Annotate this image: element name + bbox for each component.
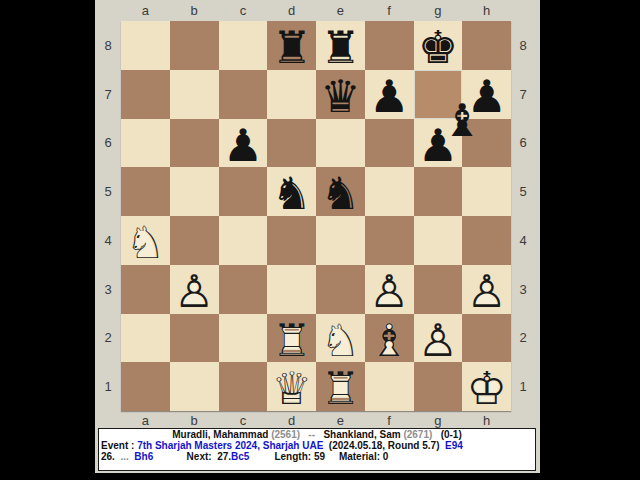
- rank-label-4: 4: [97, 233, 119, 248]
- rank-label-1: 1: [97, 379, 119, 394]
- rank-label-5: 5: [97, 184, 119, 199]
- moves-line-segment: Next: 27.: [153, 451, 231, 462]
- square-g8[interactable]: [414, 21, 463, 70]
- square-g2[interactable]: [414, 314, 463, 363]
- square-h5[interactable]: [462, 167, 511, 216]
- file-label-c: c: [219, 2, 268, 19]
- square-a1[interactable]: [121, 362, 170, 411]
- square-f4[interactable]: [365, 216, 414, 265]
- rank-label-6: 6: [512, 135, 534, 150]
- square-a3[interactable]: [121, 265, 170, 314]
- square-h3[interactable]: [462, 265, 511, 314]
- file-label-d: d: [267, 2, 316, 19]
- square-f1[interactable]: [365, 362, 414, 411]
- game-info-box: Muradli, Mahammad (2561) -- Shankland, S…: [98, 428, 536, 471]
- file-label-g: g: [414, 2, 463, 19]
- file-label-b: b: [170, 412, 219, 429]
- square-e2[interactable]: [316, 314, 365, 363]
- square-f5[interactable]: [365, 167, 414, 216]
- square-f8[interactable]: [365, 21, 414, 70]
- square-d8[interactable]: [267, 21, 316, 70]
- rank-label-2: 2: [97, 330, 119, 345]
- square-c3[interactable]: [219, 265, 268, 314]
- players-line-segment: Muradli, Mahammad: [172, 429, 271, 440]
- file-label-e: e: [316, 2, 365, 19]
- event-line-segment: Event :: [101, 440, 137, 451]
- square-c7[interactable]: [219, 70, 268, 119]
- rank-label-5: 5: [512, 184, 534, 199]
- square-c4[interactable]: [219, 216, 268, 265]
- square-h8[interactable]: [462, 21, 511, 70]
- square-c2[interactable]: [219, 314, 268, 363]
- square-e7[interactable]: [316, 70, 365, 119]
- rank-label-7: 7: [97, 87, 119, 102]
- file-label-a: a: [121, 412, 170, 429]
- square-b1[interactable]: [170, 362, 219, 411]
- square-e8[interactable]: [316, 21, 365, 70]
- board-panel: abcdefgh abcdefgh 87654321 87654321 ♜♜♚♛…: [95, 0, 540, 473]
- square-g1[interactable]: [414, 362, 463, 411]
- square-h4[interactable]: [462, 216, 511, 265]
- square-h2[interactable]: [462, 314, 511, 363]
- file-labels-bottom: abcdefgh: [121, 412, 511, 429]
- square-d6[interactable]: [267, 119, 316, 168]
- square-a2[interactable]: [121, 314, 170, 363]
- square-g5[interactable]: [414, 167, 463, 216]
- file-label-g: g: [414, 412, 463, 429]
- moves-line-segment: Bh6: [134, 451, 153, 462]
- square-e6[interactable]: [316, 119, 365, 168]
- rank-label-8: 8: [512, 38, 534, 53]
- players-line-segment: (2561): [271, 429, 300, 440]
- square-g3[interactable]: [414, 265, 463, 314]
- square-d4[interactable]: [267, 216, 316, 265]
- square-e5[interactable]: [316, 167, 365, 216]
- rank-label-8: 8: [97, 38, 119, 53]
- file-label-e: e: [316, 412, 365, 429]
- square-h7[interactable]: [462, 70, 511, 119]
- square-c8[interactable]: [219, 21, 268, 70]
- square-c1[interactable]: [219, 362, 268, 411]
- square-f6[interactable]: [365, 119, 414, 168]
- rank-label-7: 7: [512, 87, 534, 102]
- file-label-f: f: [365, 412, 414, 429]
- file-label-b: b: [170, 2, 219, 19]
- square-b8[interactable]: [170, 21, 219, 70]
- square-b7[interactable]: [170, 70, 219, 119]
- players-line-segment: (2671): [403, 429, 432, 440]
- square-b4[interactable]: [170, 216, 219, 265]
- moves-line-segment: Bc5: [231, 451, 249, 462]
- square-c6[interactable]: [219, 119, 268, 168]
- file-label-c: c: [219, 412, 268, 429]
- event-line-segment: 7th Sharjah Masters 2024, Sharjah UAE: [137, 440, 323, 451]
- square-b6[interactable]: [170, 119, 219, 168]
- square-a5[interactable]: [121, 167, 170, 216]
- event-line-segment: E94: [445, 440, 463, 451]
- moves-line-segment: Length: 59 Material: 0: [249, 451, 388, 462]
- moves-line: 26. ... Bh6 Next: 27.Bc5 Length: 59 Mate…: [99, 452, 535, 463]
- square-a8[interactable]: [121, 21, 170, 70]
- square-f3[interactable]: [365, 265, 414, 314]
- players-line-segment: (0-1): [432, 429, 461, 440]
- moves-line-segment: 26.: [101, 451, 115, 462]
- square-f2[interactable]: [365, 314, 414, 363]
- rank-label-4: 4: [512, 233, 534, 248]
- rank-label-3: 3: [512, 282, 534, 297]
- square-d5[interactable]: [267, 167, 316, 216]
- square-g7[interactable]: [414, 70, 463, 119]
- file-label-h: h: [462, 412, 511, 429]
- square-a7[interactable]: [121, 70, 170, 119]
- square-g6[interactable]: [414, 119, 463, 168]
- rank-label-3: 3: [97, 282, 119, 297]
- event-line-segment: (2024.05.18, Round 5.7): [323, 440, 445, 451]
- file-label-a: a: [121, 2, 170, 19]
- rank-label-2: 2: [512, 330, 534, 345]
- rank-labels-left: 87654321: [97, 21, 119, 411]
- square-d2[interactable]: [267, 314, 316, 363]
- square-d1[interactable]: [267, 362, 316, 411]
- square-e4[interactable]: [316, 216, 365, 265]
- square-f7[interactable]: [365, 70, 414, 119]
- square-e1[interactable]: [316, 362, 365, 411]
- square-a4[interactable]: [121, 216, 170, 265]
- rank-labels-right: 87654321: [512, 21, 534, 411]
- square-h1[interactable]: [462, 362, 511, 411]
- players-line-segment: --: [300, 429, 323, 440]
- chess-board: [121, 21, 511, 411]
- square-d3[interactable]: [267, 265, 316, 314]
- square-a6[interactable]: [121, 119, 170, 168]
- square-b5[interactable]: [170, 167, 219, 216]
- square-h6[interactable]: [462, 119, 511, 168]
- rank-label-1: 1: [512, 379, 534, 394]
- moves-line-segment: ...: [115, 451, 134, 462]
- square-c5[interactable]: [219, 167, 268, 216]
- square-g4[interactable]: [414, 216, 463, 265]
- file-label-d: d: [267, 412, 316, 429]
- players-line-segment: Shankland, Sam: [323, 429, 403, 440]
- rank-label-6: 6: [97, 135, 119, 150]
- square-e3[interactable]: [316, 265, 365, 314]
- file-labels-top: abcdefgh: [121, 2, 511, 19]
- square-b2[interactable]: [170, 314, 219, 363]
- square-b3[interactable]: [170, 265, 219, 314]
- file-label-f: f: [365, 2, 414, 19]
- file-label-h: h: [462, 2, 511, 19]
- square-d7[interactable]: [267, 70, 316, 119]
